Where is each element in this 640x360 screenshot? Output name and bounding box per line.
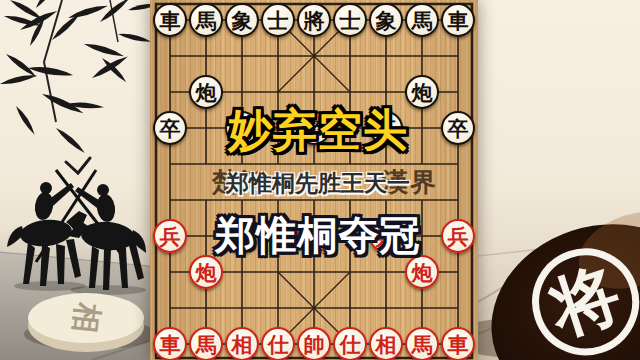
piece-red-r10c9[interactable]: 車	[441, 327, 475, 360]
piece-red-r10c7[interactable]: 相	[369, 327, 403, 360]
piece-red-r10c1[interactable]: 車	[153, 327, 187, 360]
piece-black-r1c7[interactable]: 象	[369, 3, 403, 37]
piece-red-r10c3[interactable]: 相	[225, 327, 259, 360]
piece-glyph: 象	[376, 10, 397, 31]
piece-glyph: 炮	[196, 82, 217, 103]
horsemen-art	[7, 170, 146, 295]
caption-subtitle: 郑惟桐夺冠	[148, 208, 488, 263]
piece-glyph: 相	[232, 334, 253, 355]
piece-black-r1c5[interactable]: 將	[297, 3, 331, 37]
piece-black-r1c9[interactable]: 車	[441, 3, 475, 37]
piece-glyph: 炮	[412, 262, 433, 283]
piece-glyph: 象	[232, 10, 253, 31]
caption-river-annotation: 郑惟桐先胜王天一	[148, 168, 488, 199]
piece-glyph: 士	[268, 10, 289, 31]
piece-glyph: 仕	[340, 334, 361, 355]
piece-glyph: 炮	[412, 82, 433, 103]
piece-glyph: 馬	[196, 10, 217, 31]
bird-icon	[66, 158, 90, 173]
piece-glyph: 車	[448, 334, 469, 355]
piece-glyph: 將	[304, 10, 325, 31]
piece-glyph: 炮	[196, 262, 217, 283]
piece-black-r1c4[interactable]: 士	[261, 3, 295, 37]
piece-glyph: 馬	[412, 334, 433, 355]
giant-piece-left-glyph: 相	[68, 300, 106, 334]
video-frame: 相 将 楚河 漢界 車馬象士將士象馬車炮炮卒卒卒卒卒兵兵兵兵兵炮炮車馬相仕帥仕相…	[0, 0, 640, 360]
piece-glyph: 車	[448, 10, 469, 31]
piece-glyph: 相	[376, 334, 397, 355]
piece-glyph: 馬	[412, 10, 433, 31]
piece-red-r10c4[interactable]: 仕	[261, 327, 295, 360]
piece-black-r1c8[interactable]: 馬	[405, 3, 439, 37]
piece-red-r10c6[interactable]: 仕	[333, 327, 367, 360]
piece-glyph: 車	[160, 334, 181, 355]
piece-glyph: 仕	[268, 334, 289, 355]
piece-black-r1c6[interactable]: 士	[333, 3, 367, 37]
bamboo-art	[0, 0, 158, 156]
piece-glyph: 馬	[196, 334, 217, 355]
piece-red-r10c8[interactable]: 馬	[405, 327, 439, 360]
piece-red-r10c2[interactable]: 馬	[189, 327, 223, 360]
piece-black-r1c2[interactable]: 馬	[189, 3, 223, 37]
piece-glyph: 車	[160, 10, 181, 31]
piece-glyph: 帥	[304, 334, 325, 355]
piece-glyph: 士	[340, 10, 361, 31]
piece-black-r1c1[interactable]: 車	[153, 3, 187, 37]
caption-title: 妙弃空头	[148, 101, 488, 160]
piece-black-r1c3[interactable]: 象	[225, 3, 259, 37]
piece-red-r10c5[interactable]: 帥	[297, 327, 331, 360]
